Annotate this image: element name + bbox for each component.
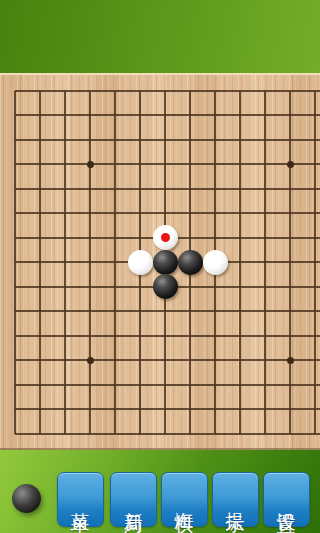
undo-button[interactable]: 悔棋	[161, 472, 208, 527]
board-cell[interactable]	[228, 422, 253, 447]
board-cell[interactable]	[278, 152, 303, 177]
board-cell[interactable]	[3, 103, 28, 128]
board-cell[interactable]	[53, 324, 78, 349]
board-cell[interactable]	[28, 373, 53, 398]
board-cell[interactable]	[28, 250, 53, 275]
board-cell[interactable]	[153, 422, 178, 447]
board-cell[interactable]	[128, 275, 153, 300]
board-cell[interactable]	[153, 79, 178, 104]
board-cell[interactable]	[253, 275, 278, 300]
board-cell[interactable]	[303, 103, 320, 128]
board-cell[interactable]	[253, 128, 278, 153]
board-cell[interactable]	[303, 177, 320, 202]
board-cell[interactable]	[78, 348, 103, 373]
board-cell[interactable]	[53, 177, 78, 202]
board-cell[interactable]	[228, 275, 253, 300]
board-cell[interactable]	[28, 103, 53, 128]
board-cell[interactable]	[278, 324, 303, 349]
board-cell[interactable]	[153, 103, 178, 128]
board-cell[interactable]	[178, 128, 203, 153]
board-cell[interactable]	[28, 299, 53, 324]
board-cell[interactable]	[28, 152, 53, 177]
board-cell[interactable]	[128, 201, 153, 226]
board-cell[interactable]	[103, 103, 128, 128]
goban-board	[0, 73, 320, 450]
settings-button-label: 设置	[277, 497, 296, 503]
hint-button-label: 提示	[226, 497, 245, 503]
board-cell[interactable]	[253, 397, 278, 422]
menu-button[interactable]: 菜单	[57, 472, 104, 527]
board-grid	[3, 79, 320, 447]
board-cell[interactable]	[253, 177, 278, 202]
board-cell[interactable]	[203, 226, 228, 251]
board-cell[interactable]	[178, 152, 203, 177]
board-cell[interactable]	[28, 422, 53, 447]
board-cell[interactable]	[128, 103, 153, 128]
board-cell[interactable]	[153, 275, 178, 300]
board-cell[interactable]	[228, 226, 253, 251]
board-cell[interactable]	[103, 348, 128, 373]
board-cell[interactable]	[178, 79, 203, 104]
board-cell[interactable]	[53, 348, 78, 373]
board-cell[interactable]	[278, 348, 303, 373]
board-cell[interactable]	[228, 201, 253, 226]
menu-button-label: 菜单	[71, 497, 90, 503]
board-cell[interactable]	[153, 152, 178, 177]
board-cell[interactable]	[128, 324, 153, 349]
board-cell[interactable]	[3, 79, 28, 104]
board-cell[interactable]	[203, 324, 228, 349]
board-cell[interactable]	[3, 275, 28, 300]
board-cell[interactable]	[128, 397, 153, 422]
board-cell[interactable]	[228, 373, 253, 398]
top-background	[0, 0, 320, 73]
board-cell[interactable]	[203, 250, 228, 275]
board-cell[interactable]	[128, 226, 153, 251]
board-cell[interactable]	[128, 373, 153, 398]
board-cell[interactable]	[78, 373, 103, 398]
board-cell[interactable]	[153, 250, 178, 275]
board-cell[interactable]	[228, 152, 253, 177]
board-cell[interactable]	[278, 397, 303, 422]
board-cell[interactable]	[28, 348, 53, 373]
board-cell[interactable]	[53, 422, 78, 447]
board-cell[interactable]	[103, 226, 128, 251]
board-cell[interactable]	[3, 373, 28, 398]
board-cell[interactable]	[203, 103, 228, 128]
board-cell[interactable]	[153, 226, 178, 251]
board-cell[interactable]	[128, 79, 153, 104]
board-cell[interactable]	[228, 79, 253, 104]
board-cell[interactable]	[178, 373, 203, 398]
board-cell[interactable]	[153, 177, 178, 202]
board-cell[interactable]	[28, 324, 53, 349]
board-cell[interactable]	[278, 250, 303, 275]
board-cell[interactable]	[78, 103, 103, 128]
board-cell[interactable]	[228, 299, 253, 324]
board-cell[interactable]	[78, 226, 103, 251]
star-point	[87, 357, 94, 364]
board-cell[interactable]	[178, 397, 203, 422]
board-cell[interactable]	[203, 177, 228, 202]
board-cell[interactable]	[103, 250, 128, 275]
board-cell[interactable]	[178, 348, 203, 373]
board-cell[interactable]	[53, 201, 78, 226]
board-cell[interactable]	[203, 201, 228, 226]
board-cell[interactable]	[3, 397, 28, 422]
board-cell[interactable]	[203, 397, 228, 422]
board-cell[interactable]	[153, 201, 178, 226]
board-cell[interactable]	[103, 152, 128, 177]
board-cell[interactable]	[178, 103, 203, 128]
board-cell[interactable]	[103, 275, 128, 300]
board-cell[interactable]	[303, 152, 320, 177]
board-cell[interactable]	[53, 226, 78, 251]
board-cell[interactable]	[303, 422, 320, 447]
board-cell[interactable]	[28, 201, 53, 226]
board-cell[interactable]	[128, 152, 153, 177]
board-cell[interactable]	[78, 397, 103, 422]
board-cell[interactable]	[28, 79, 53, 104]
board-cell[interactable]	[203, 373, 228, 398]
star-point	[287, 161, 294, 168]
board-cell[interactable]	[128, 128, 153, 153]
board-cell[interactable]	[203, 79, 228, 104]
board-cell[interactable]	[228, 348, 253, 373]
board-cell[interactable]	[103, 373, 128, 398]
board-cell[interactable]	[53, 250, 78, 275]
board-cell[interactable]	[3, 348, 28, 373]
settings-button[interactable]: 设置	[263, 472, 310, 527]
board-cell[interactable]	[178, 275, 203, 300]
board-cell[interactable]	[253, 201, 278, 226]
board-cell[interactable]	[253, 250, 278, 275]
board-cell[interactable]	[53, 103, 78, 128]
board-cell[interactable]	[3, 128, 28, 153]
board-cell[interactable]	[203, 128, 228, 153]
board-cell[interactable]	[228, 128, 253, 153]
last-move-marker	[161, 233, 170, 242]
board-cell[interactable]	[53, 397, 78, 422]
board-cell[interactable]	[278, 299, 303, 324]
board-cell[interactable]	[103, 324, 128, 349]
board-cell[interactable]	[303, 299, 320, 324]
board-cell[interactable]	[78, 275, 103, 300]
board-cell[interactable]	[53, 128, 78, 153]
board-cell[interactable]	[153, 299, 178, 324]
star-point	[287, 357, 294, 364]
board-cell[interactable]	[303, 324, 320, 349]
board-cell[interactable]	[278, 422, 303, 447]
board-cell[interactable]	[78, 299, 103, 324]
black-stone	[153, 274, 178, 299]
board-cell[interactable]	[103, 128, 128, 153]
hint-button[interactable]: 提示	[212, 472, 259, 527]
board-cell[interactable]	[278, 226, 303, 251]
board-cell[interactable]	[303, 397, 320, 422]
board-cell[interactable]	[128, 422, 153, 447]
board-cell[interactable]	[103, 201, 128, 226]
board-cell[interactable]	[78, 201, 103, 226]
white-stone	[128, 250, 153, 275]
new-game-button[interactable]: 新局	[110, 472, 157, 527]
board-cell[interactable]	[228, 103, 253, 128]
board-cell[interactable]	[278, 201, 303, 226]
turn-indicator-black-stone	[12, 484, 41, 513]
board-cell[interactable]	[203, 275, 228, 300]
board-cell[interactable]	[28, 128, 53, 153]
board-cell[interactable]	[253, 79, 278, 104]
board-cell[interactable]	[178, 201, 203, 226]
board-cell[interactable]	[3, 299, 28, 324]
board-cell[interactable]	[303, 348, 320, 373]
board-cell[interactable]	[78, 177, 103, 202]
board-cell[interactable]	[278, 103, 303, 128]
board-cell[interactable]	[28, 397, 53, 422]
board-cell[interactable]	[103, 299, 128, 324]
board-cell[interactable]	[53, 299, 78, 324]
white-stone	[203, 250, 228, 275]
board-cell[interactable]	[253, 324, 278, 349]
board-cell[interactable]	[303, 201, 320, 226]
board-cell[interactable]	[103, 79, 128, 104]
board-cell[interactable]	[303, 275, 320, 300]
board-cell[interactable]	[203, 152, 228, 177]
board-cell[interactable]	[253, 226, 278, 251]
board-cell[interactable]	[3, 422, 28, 447]
board-cell[interactable]	[278, 275, 303, 300]
board-cell[interactable]	[253, 422, 278, 447]
board-cell[interactable]	[303, 373, 320, 398]
board-cell[interactable]	[153, 373, 178, 398]
board-cell[interactable]	[178, 177, 203, 202]
board-cell[interactable]	[203, 299, 228, 324]
board-cell[interactable]	[303, 128, 320, 153]
board-cell[interactable]	[203, 422, 228, 447]
board-cell[interactable]	[278, 79, 303, 104]
board-cell[interactable]	[253, 103, 278, 128]
board-cell[interactable]	[128, 250, 153, 275]
board-cell[interactable]	[178, 226, 203, 251]
board-cell[interactable]	[278, 128, 303, 153]
board-cell[interactable]	[103, 397, 128, 422]
board-cell[interactable]	[103, 177, 128, 202]
board-cell[interactable]	[78, 324, 103, 349]
bottom-toolbar: 菜单 新局 悔棋 提示 设置	[0, 450, 320, 533]
black-stone	[178, 250, 203, 275]
board-cell[interactable]	[178, 299, 203, 324]
board-cell[interactable]	[3, 250, 28, 275]
board-cell[interactable]	[178, 422, 203, 447]
board-cell[interactable]	[303, 226, 320, 251]
app-screen: 菜单 新局 悔棋 提示 设置	[0, 0, 320, 533]
white-stone	[153, 225, 178, 250]
board-cell[interactable]	[3, 152, 28, 177]
board-cell[interactable]	[228, 397, 253, 422]
board-cell[interactable]	[78, 250, 103, 275]
board-cell[interactable]	[253, 373, 278, 398]
board-cell[interactable]	[153, 128, 178, 153]
board-cell[interactable]	[253, 152, 278, 177]
board-cell[interactable]	[128, 348, 153, 373]
undo-button-label: 悔棋	[175, 497, 194, 503]
board-cell[interactable]	[303, 79, 320, 104]
board-cell[interactable]	[78, 152, 103, 177]
board-cell[interactable]	[203, 348, 228, 373]
board-cell[interactable]	[153, 348, 178, 373]
board-cell[interactable]	[128, 177, 153, 202]
board-cell[interactable]	[53, 79, 78, 104]
board-cell[interactable]	[78, 128, 103, 153]
board-cell[interactable]	[103, 422, 128, 447]
board-cell[interactable]	[178, 250, 203, 275]
board-cell[interactable]	[178, 324, 203, 349]
board-cell[interactable]	[303, 250, 320, 275]
board-cell[interactable]	[228, 177, 253, 202]
star-point	[87, 161, 94, 168]
board-cell[interactable]	[78, 422, 103, 447]
board-cell[interactable]	[53, 373, 78, 398]
board-cell[interactable]	[228, 324, 253, 349]
board-cell[interactable]	[53, 152, 78, 177]
black-stone	[153, 250, 178, 275]
board-cell[interactable]	[28, 226, 53, 251]
new-game-button-label: 新局	[124, 497, 143, 503]
board-cell[interactable]	[3, 201, 28, 226]
board-cell[interactable]	[3, 177, 28, 202]
board-cell[interactable]	[28, 275, 53, 300]
board-cell[interactable]	[3, 324, 28, 349]
board-cell[interactable]	[153, 397, 178, 422]
board-cell[interactable]	[153, 324, 178, 349]
board-cell[interactable]	[228, 250, 253, 275]
board-cell[interactable]	[3, 226, 28, 251]
board-cell[interactable]	[28, 177, 53, 202]
board-cell[interactable]	[128, 299, 153, 324]
board-cell[interactable]	[278, 373, 303, 398]
board-cell[interactable]	[53, 275, 78, 300]
board-cell[interactable]	[253, 299, 278, 324]
board-cell[interactable]	[78, 79, 103, 104]
board-cell[interactable]	[253, 348, 278, 373]
board-cell[interactable]	[278, 177, 303, 202]
